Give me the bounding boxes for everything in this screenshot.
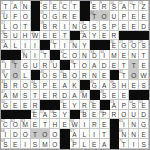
grid-cell[interactable]: T bbox=[139, 50, 149, 60]
cell-letter: I bbox=[60, 42, 69, 49]
cell-letter: D bbox=[60, 92, 69, 99]
grid-cell[interactable]: D bbox=[11, 129, 21, 139]
grid-cell[interactable]: 25N bbox=[70, 40, 80, 50]
cell-letter: T bbox=[21, 23, 30, 30]
cell-letter: H bbox=[50, 121, 59, 128]
grid-cell[interactable]: R bbox=[50, 90, 60, 100]
grid-cell[interactable]: 39V bbox=[1, 70, 11, 80]
grid-cell[interactable]: 10S bbox=[110, 1, 120, 11]
grid-cell[interactable]: E bbox=[60, 119, 70, 129]
grid-cell[interactable]: E bbox=[21, 100, 31, 110]
grid-cell[interactable]: 58S bbox=[50, 110, 60, 120]
grid-cell[interactable]: T bbox=[40, 119, 50, 129]
grid-cell[interactable]: 63M bbox=[21, 119, 31, 129]
grid-cell[interactable]: O bbox=[50, 139, 60, 149]
grid-cell[interactable]: 32C bbox=[60, 50, 70, 60]
grid-cell[interactable]: W bbox=[139, 70, 149, 80]
cell-letter: E bbox=[129, 23, 138, 30]
cell-letter: R bbox=[100, 3, 109, 10]
grid-cell[interactable]: O bbox=[21, 11, 31, 21]
cell-letter: A bbox=[90, 62, 99, 69]
grid-cell[interactable]: E bbox=[31, 119, 41, 129]
cell-letter: S bbox=[129, 102, 138, 109]
grid-cell[interactable]: E bbox=[139, 11, 149, 21]
cell-letter: T bbox=[90, 13, 99, 20]
cell-letter: N bbox=[119, 131, 128, 138]
grid-cell[interactable]: P bbox=[119, 11, 129, 21]
grid-cell[interactable]: E bbox=[11, 139, 21, 149]
grid-cell[interactable]: R bbox=[110, 31, 120, 41]
black-square bbox=[1, 50, 11, 60]
grid-cell[interactable]: 24T bbox=[50, 40, 60, 50]
cell-letter: O bbox=[119, 111, 128, 118]
grid-cell[interactable]: 66I bbox=[1, 129, 11, 139]
cell-letter: W bbox=[70, 121, 79, 128]
cell-letter: O bbox=[21, 13, 30, 20]
grid-cell[interactable]: 27G bbox=[119, 40, 129, 50]
cell-letter: P bbox=[70, 141, 79, 148]
grid-cell[interactable]: I bbox=[90, 129, 100, 139]
grid-cell[interactable]: 48M bbox=[80, 90, 90, 100]
grid-cell[interactable]: 33D bbox=[90, 50, 100, 60]
cell-letter: S bbox=[100, 23, 109, 30]
cell-letter: N bbox=[70, 23, 79, 30]
cell-letter: A bbox=[70, 92, 79, 99]
grid-cell[interactable]: S bbox=[50, 70, 60, 80]
grid-cell[interactable]: H bbox=[119, 80, 129, 90]
grid-cell[interactable]: L bbox=[11, 40, 21, 50]
grid-cell[interactable]: N bbox=[129, 119, 139, 129]
grid-cell[interactable]: 35I bbox=[1, 60, 11, 70]
grid-cell[interactable]: 16T bbox=[90, 11, 100, 21]
grid-cell[interactable]: E bbox=[129, 21, 139, 31]
grid-cell[interactable]: S bbox=[139, 139, 149, 149]
grid-cell[interactable]: I bbox=[31, 40, 41, 50]
cell-letter: E bbox=[70, 13, 79, 20]
grid-cell[interactable]: A bbox=[100, 80, 110, 90]
grid-cell[interactable]: S bbox=[139, 80, 149, 90]
grid-cell[interactable]: L bbox=[21, 70, 31, 80]
cell-letter: B bbox=[40, 23, 49, 30]
grid-cell[interactable]: L bbox=[80, 129, 90, 139]
grid-cell[interactable]: E bbox=[40, 31, 50, 41]
cell-letter: A bbox=[40, 111, 49, 118]
cell-letter: M bbox=[11, 92, 20, 99]
grid-cell[interactable]: 3N bbox=[21, 1, 31, 11]
grid-cell[interactable]: 9R bbox=[100, 1, 110, 11]
cell-letter: S bbox=[110, 82, 119, 89]
cell-letter: Y bbox=[80, 42, 89, 49]
grid-cell[interactable]: 14U bbox=[1, 11, 11, 21]
grid-cell[interactable]: K bbox=[70, 80, 80, 90]
cell-letter: L bbox=[80, 131, 89, 138]
black-square bbox=[31, 21, 41, 31]
grid-cell[interactable]: 17L bbox=[1, 21, 11, 31]
grid-cell[interactable]: 26E bbox=[110, 40, 120, 50]
grid-cell[interactable]: E bbox=[40, 90, 50, 100]
cell-letter: D bbox=[90, 52, 99, 59]
cell-letter: E bbox=[100, 72, 109, 79]
grid-cell[interactable]: 57A bbox=[40, 110, 50, 120]
cell-letter: B bbox=[1, 82, 10, 89]
grid-cell[interactable]: I bbox=[129, 139, 139, 149]
grid-cell[interactable]: F bbox=[11, 11, 21, 21]
black-square bbox=[40, 40, 50, 50]
cell-letter: R bbox=[40, 62, 49, 69]
grid-cell[interactable]: A bbox=[90, 60, 100, 70]
cell-letter: G bbox=[50, 13, 59, 20]
grid-cell[interactable]: S bbox=[31, 139, 41, 149]
cell-letter: B bbox=[60, 72, 69, 79]
grid-cell[interactable]: 5E bbox=[50, 1, 60, 11]
grid-cell[interactable]: E bbox=[129, 11, 139, 21]
cell-letter: P bbox=[100, 111, 109, 118]
grid-cell[interactable]: N bbox=[129, 129, 139, 139]
grid-cell[interactable]: A bbox=[60, 80, 70, 90]
cell-letter: O bbox=[129, 42, 138, 49]
grid-cell[interactable]: Y bbox=[70, 100, 80, 110]
grid-cell[interactable]: D bbox=[139, 21, 149, 31]
cell-letter: D bbox=[11, 131, 20, 138]
grid-cell[interactable]: 62O bbox=[11, 119, 21, 129]
grid-cell[interactable]: I bbox=[60, 21, 70, 31]
grid-cell[interactable]: R bbox=[60, 11, 70, 21]
grid-cell[interactable]: O bbox=[21, 129, 31, 139]
grid-cell[interactable]: G bbox=[50, 11, 60, 21]
cell-letter: E bbox=[139, 131, 148, 138]
grid-cell[interactable]: 8E bbox=[90, 1, 100, 11]
grid-cell[interactable]: 4S bbox=[40, 1, 50, 11]
grid-cell[interactable]: O bbox=[70, 70, 80, 80]
cell-letter: I bbox=[21, 141, 30, 148]
grid-cell[interactable]: 44S bbox=[31, 80, 41, 90]
cell-letter: O bbox=[21, 131, 30, 138]
grid-cell[interactable]: 42T bbox=[119, 70, 129, 80]
cell-letter: E bbox=[119, 52, 128, 59]
grid-cell[interactable]: D bbox=[139, 110, 149, 120]
cell-letter: T bbox=[11, 62, 20, 69]
cell-letter: T bbox=[1, 3, 10, 10]
grid-cell[interactable]: N bbox=[70, 21, 80, 31]
cell-letter: S bbox=[21, 92, 30, 99]
grid-cell[interactable]: 54S bbox=[129, 100, 139, 110]
cell-letter: E bbox=[100, 32, 109, 39]
grid-cell[interactable]: E bbox=[100, 31, 110, 41]
cell-letter: L bbox=[80, 141, 89, 148]
grid-cell[interactable]: 23A bbox=[1, 40, 11, 50]
cell-letter: E bbox=[100, 121, 109, 128]
grid-cell[interactable]: 30N bbox=[21, 50, 31, 60]
grid-cell[interactable]: 45G bbox=[90, 80, 100, 90]
grid-cell[interactable]: R bbox=[50, 21, 60, 31]
grid-cell[interactable]: T bbox=[60, 31, 70, 41]
cell-letter: N bbox=[129, 52, 138, 59]
grid-cell[interactable]: N bbox=[129, 50, 139, 60]
grid-cell[interactable]: G bbox=[139, 119, 149, 129]
grid-cell[interactable]: G bbox=[21, 60, 31, 70]
grid-cell[interactable]: E bbox=[70, 11, 80, 21]
cell-letter: R bbox=[11, 82, 20, 89]
grid-cell[interactable]: 51E bbox=[60, 100, 70, 110]
grid-cell[interactable]: A bbox=[100, 139, 110, 149]
grid-cell[interactable]: U bbox=[11, 31, 21, 41]
grid-cell[interactable]: R bbox=[80, 70, 90, 80]
cell-letter: T bbox=[129, 3, 138, 10]
cell-letter: S bbox=[139, 82, 148, 89]
grid-cell[interactable]: 61C bbox=[1, 119, 11, 129]
cell-letter: G bbox=[1, 102, 10, 109]
grid-cell[interactable]: M bbox=[40, 139, 50, 149]
grid-cell[interactable]: P bbox=[40, 80, 50, 90]
cell-letter: O bbox=[11, 121, 20, 128]
grid-cell[interactable]: M bbox=[110, 50, 120, 60]
grid-cell[interactable]: T bbox=[21, 21, 31, 31]
grid-cell[interactable]: D bbox=[60, 90, 70, 100]
grid-cell[interactable]: E bbox=[50, 31, 60, 41]
grid-cell[interactable]: 55E bbox=[139, 100, 149, 110]
grid-cell[interactable]: 21W bbox=[31, 31, 41, 41]
grid-cell[interactable]: 28O bbox=[129, 40, 139, 50]
grid-cell[interactable]: R bbox=[11, 80, 21, 90]
cell-letter: G bbox=[21, 62, 30, 69]
grid-cell[interactable]: 31T bbox=[40, 50, 50, 60]
grid-cell[interactable]: N bbox=[80, 50, 90, 60]
grid-cell[interactable]: O bbox=[11, 21, 21, 31]
grid-cell[interactable]: D bbox=[100, 60, 110, 70]
grid-cell[interactable]: E bbox=[100, 119, 110, 129]
grid-cell[interactable]: 50G bbox=[1, 100, 11, 110]
grid-cell[interactable]: U bbox=[31, 60, 41, 70]
grid-cell[interactable]: E bbox=[119, 21, 129, 31]
grid-cell[interactable]: T bbox=[100, 129, 110, 139]
grid-cell[interactable]: O bbox=[100, 11, 110, 21]
grid-cell[interactable]: 64W bbox=[70, 119, 80, 129]
grid-cell[interactable]: 71T bbox=[119, 139, 129, 149]
cell-letter: R bbox=[90, 121, 99, 128]
black-square bbox=[50, 50, 60, 60]
grid-cell[interactable]: E bbox=[119, 50, 129, 60]
grid-cell[interactable]: 34I bbox=[100, 50, 110, 60]
grid-cell[interactable]: 43B bbox=[1, 80, 11, 90]
grid-cell[interactable]: T bbox=[31, 129, 41, 139]
grid-cell[interactable]: 13Z bbox=[139, 1, 149, 11]
grid-cell[interactable]: 46S bbox=[110, 80, 120, 90]
grid-cell[interactable]: R bbox=[80, 100, 90, 110]
cell-letter: E bbox=[50, 32, 59, 39]
cell-letter: S bbox=[50, 72, 59, 79]
grid-cell[interactable]: T bbox=[31, 90, 41, 100]
grid-cell[interactable]: 2A bbox=[11, 1, 21, 11]
grid-cell[interactable]: M bbox=[11, 90, 21, 100]
grid-cell[interactable]: I bbox=[60, 40, 70, 50]
cell-letter: T bbox=[40, 121, 49, 128]
grid-cell[interactable]: 67A bbox=[70, 129, 80, 139]
grid-cell[interactable]: E bbox=[139, 129, 149, 139]
grid-cell[interactable]: E bbox=[90, 110, 100, 120]
black-square bbox=[70, 31, 80, 41]
cell-letter: I bbox=[31, 42, 40, 49]
cell-letter: S bbox=[139, 42, 148, 49]
grid-cell[interactable]: 18B bbox=[40, 21, 50, 31]
grid-cell[interactable]: 70P bbox=[70, 139, 80, 149]
grid-cell[interactable]: O bbox=[119, 110, 129, 120]
grid-cell[interactable]: I bbox=[21, 40, 31, 50]
grid-cell[interactable]: 22A bbox=[80, 31, 90, 41]
grid-cell[interactable]: 52E bbox=[90, 100, 100, 110]
grid-cell[interactable]: 36T bbox=[11, 60, 21, 70]
black-square bbox=[90, 40, 100, 50]
cell-letter: L bbox=[21, 72, 30, 79]
grid-cell[interactable]: T bbox=[119, 60, 129, 70]
cell-letter: O bbox=[70, 52, 79, 59]
grid-cell[interactable]: 65I bbox=[119, 119, 129, 129]
cell-letter: P bbox=[119, 13, 128, 20]
grid-cell[interactable]: O bbox=[40, 129, 50, 139]
grid-cell[interactable]: P bbox=[119, 100, 129, 110]
black-square bbox=[11, 110, 21, 120]
cell-letter: N bbox=[70, 42, 79, 49]
cell-letter: A bbox=[60, 82, 69, 89]
cell-letter: V bbox=[1, 72, 10, 79]
grid-cell[interactable]: 19G bbox=[80, 21, 90, 31]
cell-letter: T bbox=[70, 62, 79, 69]
grid-cell[interactable]: 41B bbox=[60, 70, 70, 80]
grid-cell[interactable]: 69S bbox=[1, 139, 11, 149]
grid-cell[interactable]: 1T bbox=[1, 1, 11, 11]
grid-cell[interactable]: L bbox=[80, 139, 90, 149]
black-square bbox=[80, 11, 90, 21]
grid-cell[interactable]: O bbox=[50, 129, 60, 139]
grid-cell[interactable]: E bbox=[100, 70, 110, 80]
cell-letter: L bbox=[11, 42, 20, 49]
grid-cell[interactable]: 59B bbox=[80, 110, 90, 120]
grid-cell[interactable]: A bbox=[70, 90, 80, 100]
grid-cell[interactable]: R bbox=[90, 119, 100, 129]
black-square bbox=[110, 129, 120, 139]
grid-cell[interactable]: O bbox=[80, 60, 90, 70]
grid-cell[interactable]: U bbox=[110, 11, 120, 21]
grid-cell[interactable]: E bbox=[11, 100, 21, 110]
cell-letter: D bbox=[139, 111, 148, 118]
grid-cell[interactable]: 6C bbox=[60, 1, 70, 11]
grid-cell[interactable]: E bbox=[90, 139, 100, 149]
cell-letter: A bbox=[1, 92, 10, 99]
cell-letter: S bbox=[1, 32, 10, 39]
cell-letter: G bbox=[90, 82, 99, 89]
black-square bbox=[31, 70, 41, 80]
grid-cell[interactable]: R bbox=[110, 110, 120, 120]
grid-cell[interactable]: R bbox=[40, 60, 50, 70]
grid-cell[interactable]: S bbox=[90, 21, 100, 31]
grid-cell[interactable]: N bbox=[90, 70, 100, 80]
grid-cell[interactable]: E bbox=[119, 90, 129, 100]
grid-cell[interactable]: U bbox=[129, 110, 139, 120]
grid-cell[interactable]: 15O bbox=[40, 11, 50, 21]
cell-letter: U bbox=[110, 13, 119, 20]
cell-letter: T bbox=[50, 42, 59, 49]
grid-cell[interactable]: I bbox=[31, 50, 41, 60]
cell-letter: O bbox=[50, 131, 59, 138]
cell-letter: R bbox=[60, 13, 69, 20]
grid-cell[interactable]: Y bbox=[60, 110, 70, 120]
grid-cell[interactable]: E bbox=[50, 80, 60, 90]
grid-cell[interactable]: T bbox=[129, 60, 139, 70]
grid-cell[interactable]: E bbox=[139, 60, 149, 70]
black-square bbox=[90, 90, 100, 100]
black-square bbox=[70, 110, 80, 120]
grid-cell[interactable]: 12T bbox=[129, 1, 139, 11]
grid-cell[interactable]: 68N bbox=[119, 129, 129, 139]
black-square bbox=[129, 31, 139, 41]
grid-cell[interactable]: H bbox=[50, 119, 60, 129]
grid-cell[interactable]: 7T bbox=[70, 1, 80, 11]
grid-cell[interactable]: E bbox=[110, 60, 120, 70]
grid-cell[interactable]: 53A bbox=[110, 100, 120, 110]
cell-letter: E bbox=[119, 92, 128, 99]
black-square bbox=[11, 50, 21, 60]
grid-cell[interactable]: P bbox=[110, 21, 120, 31]
grid-cell[interactable]: Y bbox=[80, 40, 90, 50]
black-square bbox=[100, 100, 110, 110]
cell-letter: I bbox=[100, 52, 109, 59]
cell-letter: N bbox=[21, 3, 30, 10]
grid-cell[interactable]: 47A bbox=[1, 90, 11, 100]
cell-letter: E bbox=[50, 3, 59, 10]
grid-cell[interactable]: S bbox=[100, 21, 110, 31]
black-square bbox=[129, 90, 139, 100]
grid-cell[interactable]: H bbox=[21, 31, 31, 41]
cell-letter: R bbox=[80, 102, 89, 109]
grid-cell[interactable]: 49S bbox=[100, 90, 110, 100]
cell-letter: E bbox=[21, 102, 30, 109]
black-square bbox=[60, 139, 70, 149]
grid-cell[interactable]: 20S bbox=[1, 31, 11, 41]
cell-letter: E bbox=[90, 102, 99, 109]
cell-letter: R bbox=[50, 92, 59, 99]
grid-cell[interactable]: R bbox=[31, 100, 41, 110]
cell-letter: T bbox=[40, 52, 49, 59]
cell-letter: E bbox=[139, 62, 148, 69]
cell-letter: N bbox=[129, 121, 138, 128]
grid-cell[interactable]: E bbox=[110, 90, 120, 100]
grid-cell[interactable]: O bbox=[21, 80, 31, 90]
grid-cell[interactable]: 40O bbox=[40, 70, 50, 80]
cell-letter: E bbox=[90, 111, 99, 118]
black-square bbox=[31, 1, 41, 11]
grid-cell[interactable]: I bbox=[80, 119, 90, 129]
cell-letter: E bbox=[110, 42, 119, 49]
cell-letter: T bbox=[139, 52, 148, 59]
grid-cell[interactable]: 60P bbox=[100, 110, 110, 120]
cell-letter: I bbox=[31, 52, 40, 59]
cell-letter: E bbox=[129, 13, 138, 20]
grid-cell[interactable]: 29S bbox=[139, 40, 149, 50]
grid-cell[interactable]: Y bbox=[90, 31, 100, 41]
grid-cell[interactable]: O bbox=[11, 70, 21, 80]
grid-cell[interactable]: 38T bbox=[70, 60, 80, 70]
grid-cell[interactable]: E bbox=[129, 80, 139, 90]
grid-cell[interactable]: O bbox=[70, 50, 80, 60]
grid-cell[interactable]: 37U bbox=[50, 60, 60, 70]
grid-cell[interactable]: I bbox=[21, 139, 31, 149]
cell-letter: T bbox=[31, 131, 40, 138]
grid-cell[interactable]: O bbox=[129, 70, 139, 80]
grid-cell[interactable]: 11A bbox=[119, 1, 129, 11]
cell-letter: A bbox=[119, 3, 128, 10]
grid-cell[interactable]: S bbox=[21, 90, 31, 100]
grid-cell[interactable]: 56E bbox=[31, 110, 41, 120]
cell-letter: G bbox=[139, 121, 148, 128]
